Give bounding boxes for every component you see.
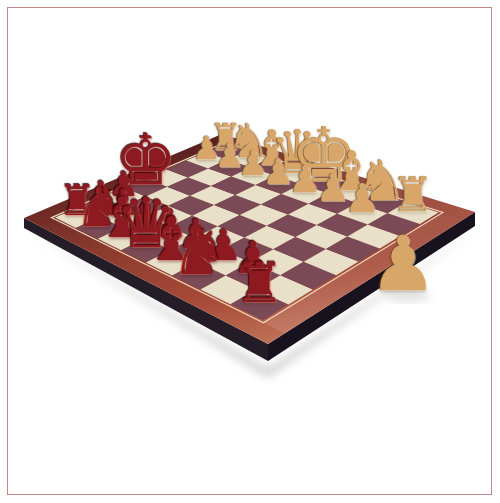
piece-red-knight: ♞	[171, 220, 227, 283]
piece-red-rook: ♜	[234, 255, 284, 311]
piece-boxwood-pawn: ♟	[369, 226, 437, 302]
chess-set-product-photo: ♜♞♟♝♟♛♟♚♟♚♝♟♟♞♟♟♜♟♟♜♟♞♟♝♟♛♟♝♟♞♟♜	[0, 0, 500, 503]
piece-boxwood-rook: ♜	[392, 171, 435, 219]
pieces-layer: ♜♞♟♝♟♛♟♚♟♚♝♟♟♞♟♟♜♟♟♜♟♞♟♝♟♛♟♝♟♞♟♜	[0, 0, 500, 503]
piece-boxwood-pawn: ♟	[344, 178, 380, 218]
